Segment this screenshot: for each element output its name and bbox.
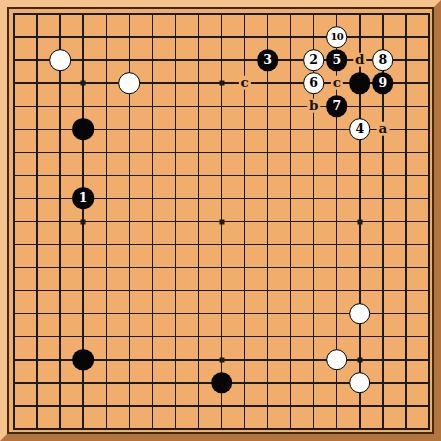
move-number: 2 bbox=[309, 54, 318, 67]
move-number: 1 bbox=[79, 192, 88, 205]
move-number: 9 bbox=[379, 77, 388, 90]
star-point bbox=[219, 219, 224, 224]
black-move-stone: 5 bbox=[326, 49, 348, 71]
grid-line-horizontal bbox=[13, 267, 429, 268]
grid-line-vertical bbox=[290, 13, 291, 429]
grid-line-horizontal bbox=[13, 336, 429, 337]
grid-line-horizontal bbox=[13, 290, 429, 291]
point-label-c: c bbox=[238, 76, 250, 90]
point-label-b: b bbox=[307, 99, 320, 113]
black-setup-stone bbox=[72, 349, 94, 371]
grid-line-horizontal bbox=[13, 244, 429, 245]
point-label-d: d bbox=[353, 53, 366, 67]
star-point bbox=[81, 81, 86, 86]
star-point bbox=[219, 81, 224, 86]
black-move-stone: 1 bbox=[72, 188, 94, 210]
black-move-stone: 7 bbox=[326, 95, 348, 117]
move-number: 4 bbox=[355, 123, 364, 136]
black-move-stone: 3 bbox=[257, 49, 279, 71]
white-setup-stone bbox=[349, 303, 371, 325]
go-grid: 12345678910cdcba bbox=[14, 14, 429, 429]
point-label-a: a bbox=[377, 122, 390, 135]
white-setup-stone bbox=[118, 72, 140, 94]
move-number: 3 bbox=[263, 54, 272, 67]
white-move-stone: 2 bbox=[303, 49, 325, 71]
star-point bbox=[357, 357, 362, 362]
board-field: 12345678910cdcba bbox=[9, 9, 432, 432]
move-number: 7 bbox=[332, 100, 341, 113]
star-point bbox=[219, 357, 224, 362]
white-move-stone: 8 bbox=[372, 49, 394, 71]
grid-line-vertical bbox=[428, 13, 429, 429]
white-setup-stone bbox=[326, 349, 348, 371]
white-move-stone: 10 bbox=[326, 26, 348, 48]
grid-line-horizontal bbox=[13, 405, 429, 406]
point-label-c: c bbox=[331, 76, 343, 90]
star-point bbox=[357, 219, 362, 224]
go-board: 12345678910cdcba bbox=[0, 0, 441, 441]
grid-line-horizontal bbox=[13, 428, 429, 429]
grid-line-vertical bbox=[405, 13, 406, 429]
white-setup-stone bbox=[49, 49, 71, 71]
white-move-stone: 4 bbox=[349, 118, 371, 140]
black-move-stone: 9 bbox=[372, 72, 394, 94]
black-setup-stone bbox=[72, 118, 94, 140]
move-number: 8 bbox=[379, 54, 388, 67]
black-setup-stone bbox=[211, 372, 233, 394]
black-setup-stone bbox=[349, 72, 371, 94]
white-move-stone: 6 bbox=[303, 72, 325, 94]
move-number: 6 bbox=[309, 77, 318, 90]
grid-line-vertical bbox=[267, 13, 268, 429]
star-point bbox=[81, 219, 86, 224]
white-setup-stone bbox=[349, 372, 371, 394]
move-number: 5 bbox=[332, 54, 341, 67]
move-number: 10 bbox=[330, 32, 343, 42]
